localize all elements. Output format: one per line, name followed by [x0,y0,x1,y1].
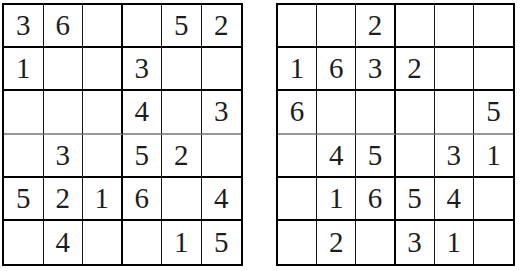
cell-r5c4: 6 [123,178,163,221]
cell-r4c1[interactable] [278,135,317,178]
cell-r5c5: 4 [435,178,474,221]
cell-r5c1[interactable] [278,178,317,221]
cell-r2c5[interactable] [435,48,474,91]
cell-r4c2: 3 [44,135,84,178]
cell-r1c3[interactable] [83,5,123,48]
cell-r6c2: 2 [317,221,356,264]
cell-r5c3: 1 [83,178,123,221]
cell-r6c5: 1 [435,221,474,264]
cell-r1c6: 2 [202,5,242,48]
page: 3652134335252164415 216326545311654231 [0,0,522,271]
cell-r5c4: 5 [396,178,435,221]
cell-r4c4[interactable] [396,135,435,178]
cell-r3c1[interactable] [4,91,44,134]
cell-r3c3[interactable] [83,91,123,134]
cell-r1c4[interactable] [123,5,163,48]
cell-r1c1: 3 [4,5,44,48]
cell-r3c2[interactable] [44,91,84,134]
cell-r1c2[interactable] [317,5,356,48]
cell-r1c1[interactable] [278,5,317,48]
cell-r4c3[interactable] [83,135,123,178]
cell-r4c1[interactable] [4,135,44,178]
cell-r5c3: 6 [356,178,395,221]
cell-r4c4: 5 [123,135,163,178]
cell-r4c5: 3 [435,135,474,178]
cell-r5c6: 4 [202,178,242,221]
cell-r2c5[interactable] [162,48,202,91]
cell-r4c6[interactable] [202,135,242,178]
cell-r2c3[interactable] [83,48,123,91]
cell-r3c6: 5 [474,91,513,134]
cell-r5c1: 5 [4,178,44,221]
cell-r6c3[interactable] [83,221,123,264]
cell-r3c5[interactable] [162,91,202,134]
cell-r1c5: 5 [162,5,202,48]
cell-r3c2[interactable] [317,91,356,134]
cell-r5c2: 2 [44,178,84,221]
cell-r6c6: 5 [202,221,242,264]
cell-r6c3[interactable] [356,221,395,264]
cell-r6c4[interactable] [123,221,163,264]
cell-r1c3: 2 [356,5,395,48]
cell-r6c1[interactable] [278,221,317,264]
cell-r1c4[interactable] [396,5,435,48]
cell-r2c1: 1 [278,48,317,91]
sudoku-board-left: 3652134335252164415 [2,3,243,266]
cell-r2c2[interactable] [44,48,84,91]
cell-r1c5[interactable] [435,5,474,48]
cell-r3c1: 6 [278,91,317,134]
cell-r4c5: 2 [162,135,202,178]
cell-r6c5: 1 [162,221,202,264]
cell-r4c3: 5 [356,135,395,178]
cell-r2c1: 1 [4,48,44,91]
cell-r4c2: 4 [317,135,356,178]
cell-r2c3: 3 [356,48,395,91]
cell-r2c4: 3 [123,48,163,91]
cell-r5c6[interactable] [474,178,513,221]
cell-r5c5[interactable] [162,178,202,221]
cell-r3c4[interactable] [396,91,435,134]
cell-r1c6[interactable] [474,5,513,48]
cell-r5c2: 1 [317,178,356,221]
cell-r1c2: 6 [44,5,84,48]
cell-r3c3[interactable] [356,91,395,134]
cell-r6c1[interactable] [4,221,44,264]
cell-r4c6: 1 [474,135,513,178]
cell-r2c6[interactable] [202,48,242,91]
cell-r3c6: 3 [202,91,242,134]
cell-r6c4: 3 [396,221,435,264]
cell-r2c4: 2 [396,48,435,91]
cell-r6c6[interactable] [474,221,513,264]
cell-r3c5[interactable] [435,91,474,134]
cell-r2c6[interactable] [474,48,513,91]
cell-r6c2: 4 [44,221,84,264]
cell-r3c4: 4 [123,91,163,134]
sudoku-board-right: 216326545311654231 [276,3,515,266]
cell-r2c2: 6 [317,48,356,91]
